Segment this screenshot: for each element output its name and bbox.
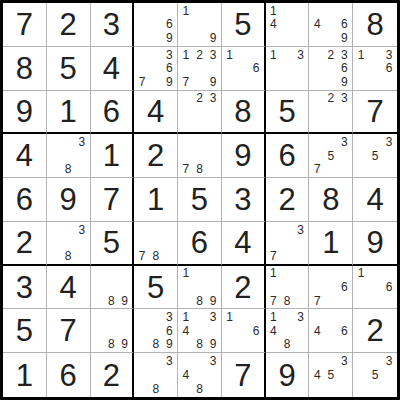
given-digit: 7: [60, 315, 77, 346]
cell-r1c3[interactable]: 3: [91, 3, 135, 47]
cell-r5c3[interactable]: 7: [91, 178, 135, 222]
pencil-slot-empty: [149, 31, 163, 45]
cell-r2c5[interactable]: 12379: [178, 47, 222, 91]
pencil-slot-empty: [223, 324, 236, 338]
cell-r9c4[interactable]: 38: [134, 353, 178, 397]
cell-r7c8[interactable]: 67: [309, 266, 353, 310]
pencil-slot-empty: [354, 75, 368, 89]
pencil-marks: 89: [92, 267, 132, 308]
pencil-slot-empty: [206, 280, 220, 294]
pencil-marks: 35: [354, 135, 396, 176]
cell-r1c2[interactable]: 2: [47, 3, 91, 47]
pencil-mark: 3: [382, 354, 396, 368]
cell-r5c9[interactable]: 4: [353, 178, 397, 222]
pencil-mark: 8: [193, 163, 207, 177]
pencil-slot-empty: [382, 382, 396, 396]
given-digit: 2: [366, 315, 383, 346]
cell-r9c2[interactable]: 6: [47, 353, 91, 397]
pencil-slot-empty: [193, 267, 207, 281]
cell-r9c6[interactable]: 7: [222, 353, 266, 397]
pencil-slot-empty: [179, 354, 193, 368]
pencil-slot-empty: [163, 249, 177, 262]
pencil-slot-empty: [163, 236, 177, 249]
pencil-slot-empty: [48, 135, 62, 149]
pencil-slot-empty: [267, 75, 281, 89]
cell-r5c7[interactable]: 2: [266, 178, 310, 222]
pencil-slot-empty: [92, 267, 105, 281]
pencil-slot-empty: [310, 310, 324, 324]
pencil-slot-empty: [149, 61, 163, 75]
cell-r4c2[interactable]: 38: [47, 134, 91, 178]
cell-r4c9[interactable]: 35: [353, 134, 397, 178]
cell-r7c9[interactable]: 16: [353, 266, 397, 310]
pencil-slot-empty: [105, 267, 118, 281]
pencil-marks: 189: [179, 267, 220, 308]
pencil-slot-empty: [193, 135, 207, 149]
pencil-mark: 3: [338, 354, 352, 368]
pencil-slot-empty: [310, 338, 324, 352]
pencil-slot-empty: [310, 61, 324, 75]
pencil-marks: 1348: [267, 310, 308, 351]
pencil-mark: 2: [324, 92, 338, 105]
pencil-marks: 178: [267, 267, 308, 308]
cell-r6c1[interactable]: 2: [3, 222, 47, 266]
pencil-slot-empty: [310, 149, 324, 163]
cell-r8c4[interactable]: 3689: [134, 309, 178, 353]
pencil-slot-empty: [179, 61, 193, 75]
pencil-mark: 2: [193, 48, 207, 62]
pencil-slot-empty: [294, 75, 308, 89]
pencil-mark: 8: [193, 382, 207, 396]
cell-r4c6[interactable]: 9: [222, 134, 266, 178]
given-digit: 2: [103, 360, 120, 391]
pencil-mark: 1: [179, 267, 193, 281]
cell-r6c2[interactable]: 38: [47, 222, 91, 266]
pencil-slot-empty: [135, 354, 149, 368]
cell-r6c5[interactable]: 6: [178, 222, 222, 266]
cell-r2c1[interactable]: 8: [3, 47, 47, 91]
given-digit: 1: [16, 360, 33, 391]
pencil-slot-empty: [324, 4, 338, 18]
pencil-mark: 8: [149, 249, 163, 262]
cell-r1c7[interactable]: 14: [266, 3, 310, 47]
cell-r6c6[interactable]: 4: [222, 222, 266, 266]
pencil-slot-empty: [61, 223, 75, 236]
pencil-slot-empty: [75, 149, 89, 163]
pencil-slot-empty: [149, 310, 163, 324]
cell-r4c8[interactable]: 357: [309, 134, 353, 178]
pencil-slot-empty: [206, 149, 220, 163]
pencil-slot-empty: [324, 267, 338, 281]
pencil-slot-empty: [324, 163, 338, 177]
pencil-slot-empty: [135, 61, 149, 75]
cell-r9c5[interactable]: 348: [178, 353, 222, 397]
pencil-mark: 5: [368, 368, 382, 382]
pencil-mark: 6: [338, 61, 352, 75]
cell-r6c9[interactable]: 9: [353, 222, 397, 266]
pencil-slot-empty: [368, 382, 382, 396]
pencil-slot-empty: [338, 382, 352, 396]
pencil-slot-empty: [135, 324, 149, 338]
pencil-slot-empty: [135, 48, 149, 62]
pencil-marks: 136: [354, 48, 396, 89]
pencil-slot-empty: [267, 61, 281, 75]
pencil-mark: 9: [338, 31, 352, 45]
cell-r9c1[interactable]: 1: [3, 353, 47, 397]
pencil-slot-empty: [382, 163, 396, 177]
pencil-mark: 3: [206, 310, 220, 324]
pencil-mark: 8: [61, 249, 75, 262]
pencil-mark: 9: [118, 294, 131, 308]
pencil-slot-empty: [193, 75, 207, 89]
cell-r7c6[interactable]: 2: [222, 266, 266, 310]
cell-r5c4[interactable]: 1: [134, 178, 178, 222]
pencil-slot-empty: [135, 223, 149, 236]
pencil-slot-empty: [324, 105, 338, 118]
cell-r7c1[interactable]: 3: [3, 266, 47, 310]
pencil-slot-empty: [338, 338, 352, 352]
cell-r5c6[interactable]: 3: [222, 178, 266, 222]
pencil-mark: 8: [280, 338, 294, 352]
pencil-mark: 3: [163, 48, 177, 62]
cell-r3c7[interactable]: 5: [266, 91, 310, 135]
pencil-slot-empty: [338, 149, 352, 163]
pencil-slot-empty: [310, 382, 324, 396]
cell-r4c4[interactable]: 2: [134, 134, 178, 178]
pencil-slot-empty: [206, 4, 220, 18]
cell-r6c4[interactable]: 78: [134, 222, 178, 266]
cell-r3c5[interactable]: 23: [178, 91, 222, 135]
given-digit: 5: [16, 315, 33, 346]
pencil-slot-empty: [280, 48, 294, 62]
pencil-slot-empty: [368, 135, 382, 149]
pencil-slot-empty: [294, 249, 308, 262]
pencil-slot-empty: [149, 368, 163, 382]
pencil-mark: 3: [294, 48, 308, 62]
pencil-slot-empty: [75, 249, 89, 262]
cell-r4c5[interactable]: 78: [178, 134, 222, 178]
pencil-mark: 9: [206, 338, 220, 352]
pencil-marks: 3679: [135, 48, 176, 89]
pencil-mark: 9: [206, 294, 220, 308]
cell-r8c6[interactable]: 16: [222, 309, 266, 353]
pencil-slot-empty: [267, 223, 281, 236]
pencil-slot-empty: [179, 149, 193, 163]
pencil-slot-empty: [206, 368, 220, 382]
cell-r7c7[interactable]: 178: [266, 266, 310, 310]
pencil-slot-empty: [354, 368, 368, 382]
cell-r2c2[interactable]: 5: [47, 47, 91, 91]
pencil-slot-empty: [310, 4, 324, 18]
cell-r1c8[interactable]: 469: [309, 3, 353, 47]
pencil-mark: 4: [179, 324, 193, 338]
pencil-mark: 7: [179, 163, 193, 177]
cell-r9c7[interactable]: 9: [266, 353, 310, 397]
cell-r7c4[interactable]: 5: [134, 266, 178, 310]
pencil-mark: 3: [338, 92, 352, 105]
cell-r8c9[interactable]: 2: [353, 309, 397, 353]
pencil-mark: 4: [267, 324, 281, 338]
pencil-slot-empty: [354, 163, 368, 177]
pencil-mark: 6: [338, 324, 352, 338]
pencil-mark: 3: [206, 92, 220, 105]
pencil-slot-empty: [324, 280, 338, 294]
pencil-slot-empty: [149, 48, 163, 62]
pencil-slot-empty: [310, 48, 324, 62]
cell-r2c3[interactable]: 4: [91, 47, 135, 91]
cell-r3c9[interactable]: 7: [353, 91, 397, 135]
pencil-mark: 9: [206, 75, 220, 89]
pencil-mark: 4: [310, 368, 324, 382]
pencil-mark: 1: [267, 310, 281, 324]
pencil-slot-empty: [249, 310, 262, 324]
pencil-slot-empty: [149, 223, 163, 236]
pencil-marks: 469: [310, 4, 351, 45]
cell-r9c9[interactable]: 35: [353, 353, 397, 397]
pencil-slot-empty: [48, 223, 62, 236]
pencil-slot-empty: [280, 31, 294, 45]
pencil-slot-empty: [236, 48, 249, 62]
pencil-slot-empty: [193, 31, 207, 45]
pencil-mark: 8: [193, 294, 207, 308]
pencil-mark: 8: [149, 382, 163, 396]
pencil-marks: 38: [135, 354, 176, 396]
pencil-slot-empty: [149, 236, 163, 249]
given-digit: 4: [147, 96, 164, 127]
pencil-slot-empty: [135, 338, 149, 352]
given-digit: 2: [147, 140, 164, 171]
given-digit: 1: [103, 140, 120, 171]
pencil-marks: 348: [179, 354, 220, 396]
cell-r2c9[interactable]: 136: [353, 47, 397, 91]
pencil-slot-empty: [135, 4, 149, 18]
pencil-slot-empty: [249, 48, 262, 62]
pencil-marks: 16: [354, 267, 396, 308]
pencil-mark: 3: [75, 135, 89, 149]
cell-r7c3[interactable]: 89: [91, 266, 135, 310]
pencil-slot-empty: [267, 338, 281, 352]
pencil-marks: 19: [179, 4, 220, 45]
pencil-mark: 5: [324, 149, 338, 163]
pencil-slot-empty: [354, 280, 368, 294]
cell-r2c4[interactable]: 3679: [134, 47, 178, 91]
pencil-mark: 6: [249, 61, 262, 75]
cell-r5c2[interactable]: 9: [47, 178, 91, 222]
pencil-slot-empty: [338, 267, 352, 281]
cell-r6c3[interactable]: 5: [91, 222, 135, 266]
pencil-slot-empty: [382, 368, 396, 382]
pencil-slot-empty: [324, 338, 338, 352]
cell-r3c3[interactable]: 6: [91, 91, 135, 135]
pencil-mark: 1: [179, 48, 193, 62]
pencil-slot-empty: [179, 31, 193, 45]
pencil-slot-empty: [105, 324, 118, 338]
pencil-slot-empty: [179, 294, 193, 308]
pencil-slot-empty: [280, 223, 294, 236]
pencil-marks: 38: [48, 223, 89, 263]
pencil-mark: 3: [382, 135, 396, 149]
pencil-slot-empty: [193, 105, 207, 118]
pencil-mark: 3: [163, 354, 177, 368]
cell-r9c8[interactable]: 345: [309, 353, 353, 397]
pencil-mark: 3: [338, 48, 352, 62]
pencil-slot-empty: [368, 163, 382, 177]
pencil-slot-empty: [206, 61, 220, 75]
pencil-mark: 8: [193, 338, 207, 352]
pencil-mark: 3: [382, 48, 396, 62]
pencil-slot-empty: [294, 31, 308, 45]
pencil-slot-empty: [149, 75, 163, 89]
pencil-mark: 2: [324, 48, 338, 62]
given-digit: 1: [322, 227, 339, 258]
given-digit: 9: [234, 140, 251, 171]
pencil-slot-empty: [118, 280, 131, 294]
pencil-mark: 6: [163, 18, 177, 32]
cell-r7c2[interactable]: 4: [47, 266, 91, 310]
cell-r8c2[interactable]: 7: [47, 309, 91, 353]
cell-r1c4[interactable]: 69: [134, 3, 178, 47]
pencil-marks: 13: [267, 48, 308, 89]
cell-r3c6[interactable]: 8: [222, 91, 266, 135]
pencil-slot-empty: [310, 280, 324, 294]
pencil-slot-empty: [267, 280, 281, 294]
pencil-slot-empty: [310, 135, 324, 149]
given-digit: 2: [60, 9, 77, 40]
pencil-slot-empty: [149, 354, 163, 368]
pencil-mark: 7: [310, 294, 324, 308]
pencil-slot-empty: [324, 135, 338, 149]
cell-r3c4[interactable]: 4: [134, 91, 178, 135]
cell-r5c5[interactable]: 5: [178, 178, 222, 222]
cell-r3c8[interactable]: 23: [309, 91, 353, 135]
pencil-slot-empty: [354, 149, 368, 163]
pencil-slot-empty: [280, 324, 294, 338]
pencil-mark: 7: [310, 163, 324, 177]
cell-r8c1[interactable]: 5: [3, 309, 47, 353]
cell-r8c8[interactable]: 46: [309, 309, 353, 353]
pencil-slot-empty: [193, 354, 207, 368]
pencil-slot-empty: [324, 118, 338, 131]
pencil-mark: 3: [206, 48, 220, 62]
pencil-mark: 9: [163, 31, 177, 45]
cell-r4c3[interactable]: 1: [91, 134, 135, 178]
given-digit: 6: [103, 96, 120, 127]
pencil-mark: 6: [382, 280, 396, 294]
pencil-slot-empty: [92, 280, 105, 294]
pencil-slot-empty: [149, 4, 163, 18]
pencil-mark: 3: [338, 135, 352, 149]
pencil-slot-empty: [324, 18, 338, 32]
cell-r9c3[interactable]: 2: [91, 353, 135, 397]
pencil-mark: 2: [193, 92, 207, 105]
cell-r2c8[interactable]: 2369: [309, 47, 353, 91]
pencil-mark: 3: [294, 223, 308, 236]
given-digit: 3: [234, 184, 251, 215]
cell-r1c5[interactable]: 19: [178, 3, 222, 47]
pencil-slot-empty: [236, 324, 249, 338]
pencil-slot-empty: [179, 105, 193, 118]
cell-r6c8[interactable]: 1: [309, 222, 353, 266]
cell-r4c7[interactable]: 6: [266, 134, 310, 178]
cell-r4c1[interactable]: 4: [3, 134, 47, 178]
pencil-slot-empty: [310, 31, 324, 45]
pencil-slot-empty: [280, 249, 294, 262]
cell-r8c5[interactable]: 13489: [178, 309, 222, 353]
pencil-slot-empty: [179, 18, 193, 32]
pencil-mark: 8: [105, 338, 118, 352]
pencil-mark: 4: [179, 368, 193, 382]
cell-r8c7[interactable]: 1348: [266, 309, 310, 353]
pencil-slot-empty: [163, 368, 177, 382]
pencil-slot-empty: [206, 105, 220, 118]
cell-r2c7[interactable]: 13: [266, 47, 310, 91]
cell-r1c9[interactable]: 8: [353, 3, 397, 47]
cell-r7c5[interactable]: 189: [178, 266, 222, 310]
pencil-mark: 6: [249, 324, 262, 338]
given-digit: 2: [16, 227, 33, 258]
pencil-slot-empty: [338, 118, 352, 131]
given-digit: 7: [103, 184, 120, 215]
pencil-marks: 38: [48, 135, 89, 176]
pencil-slot-empty: [310, 354, 324, 368]
pencil-slot-empty: [135, 31, 149, 45]
pencil-slot-empty: [92, 338, 105, 352]
pencil-slot-empty: [193, 368, 207, 382]
pencil-slot-empty: [382, 267, 396, 281]
pencil-mark: 5: [368, 149, 382, 163]
pencil-mark: 7: [135, 75, 149, 89]
pencil-marks: 16: [223, 310, 263, 351]
pencil-slot-empty: [338, 4, 352, 18]
pencil-slot-empty: [118, 267, 131, 281]
pencil-mark: 6: [338, 18, 352, 32]
pencil-slot-empty: [324, 324, 338, 338]
pencil-slot-empty: [368, 48, 382, 62]
pencil-slot-empty: [179, 280, 193, 294]
pencil-mark: 3: [294, 310, 308, 324]
given-digit: 4: [366, 184, 383, 215]
given-digit: 4: [16, 140, 33, 171]
given-digit: 5: [60, 53, 77, 84]
pencil-slot-empty: [368, 294, 382, 308]
pencil-slot-empty: [206, 18, 220, 32]
pencil-slot-empty: [206, 382, 220, 396]
pencil-slot-empty: [310, 75, 324, 89]
cell-r1c1[interactable]: 7: [3, 3, 47, 47]
pencil-slot-empty: [267, 31, 281, 45]
pencil-slot-empty: [75, 163, 89, 177]
cell-r3c1[interactable]: 9: [3, 91, 47, 135]
pencil-slot-empty: [338, 163, 352, 177]
pencil-slot-empty: [354, 294, 368, 308]
cell-r8c3[interactable]: 89: [91, 309, 135, 353]
cell-r5c1[interactable]: 6: [3, 178, 47, 222]
pencil-slot-empty: [294, 61, 308, 75]
pencil-mark: 7: [135, 249, 149, 262]
pencil-marks: 2369: [310, 48, 351, 89]
cell-r1c6[interactable]: 5: [222, 3, 266, 47]
pencil-slot-empty: [223, 75, 236, 89]
cell-r3c2[interactable]: 1: [47, 91, 91, 135]
pencil-mark: 1: [223, 48, 236, 62]
cell-r5c8[interactable]: 8: [309, 178, 353, 222]
cell-r2c6[interactable]: 16: [222, 47, 266, 91]
pencil-marks: 357: [310, 135, 351, 176]
given-digit: 4: [60, 272, 77, 303]
cell-r6c7[interactable]: 37: [266, 222, 310, 266]
given-digit: 9: [278, 360, 295, 391]
pencil-mark: 7: [267, 249, 281, 262]
